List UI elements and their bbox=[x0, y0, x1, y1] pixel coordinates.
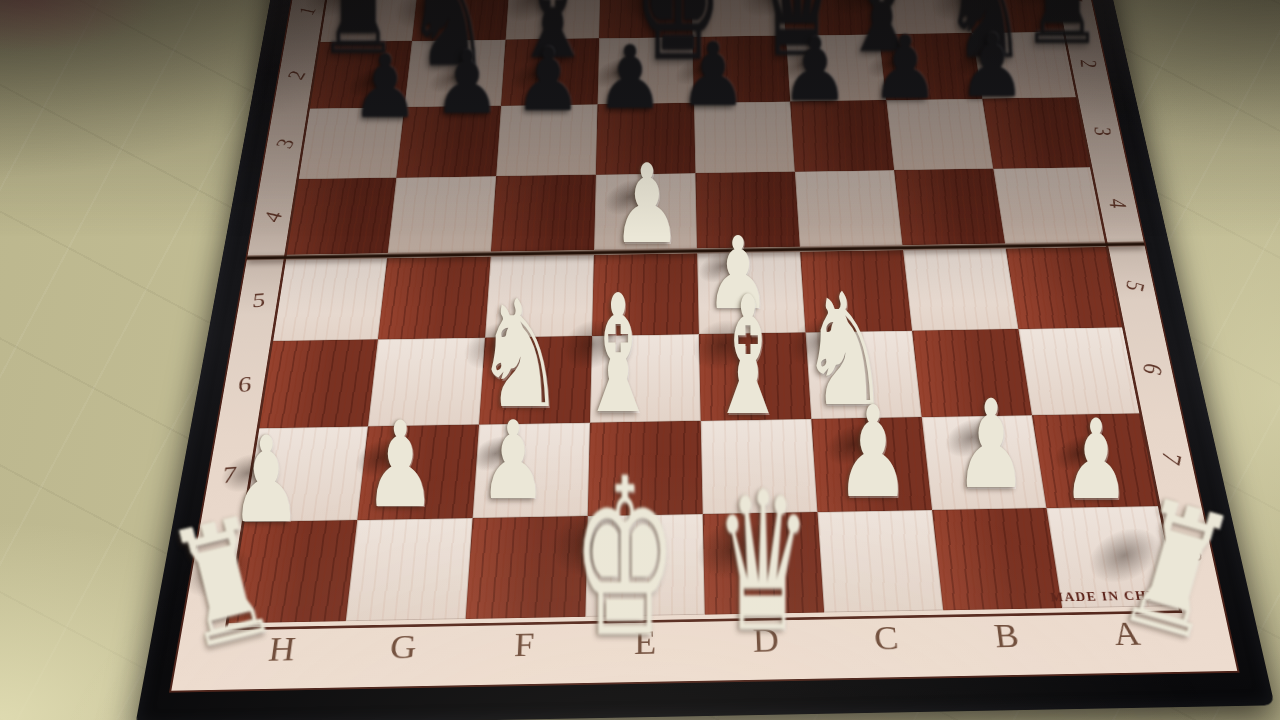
pieces-layer: ♜♞♝♚♛♝♞♜♟♟♟♟♟♟♟♟♟♟♞♝♝♞♟♟♟♟♟♟♚♛♜♜ bbox=[0, 0, 1280, 720]
piece-white-king-e8[interactable]: ♚ bbox=[572, 448, 678, 666]
piece-black-pawn-e2[interactable]: ♟ bbox=[596, 35, 664, 122]
piece-white-pawn-f7[interactable]: ♟ bbox=[479, 407, 546, 515]
piece-white-pawn-c7[interactable]: ♟ bbox=[836, 390, 910, 516]
piece-white-pawn-e4[interactable]: ♟ bbox=[612, 150, 682, 259]
piece-white-pawn-b7[interactable]: ♟ bbox=[955, 385, 1028, 507]
piece-white-queen-d8[interactable]: ♛ bbox=[715, 467, 812, 659]
piece-black-pawn-d2[interactable]: ♟ bbox=[679, 32, 747, 119]
piece-white-bishop-d6[interactable]: ♝ bbox=[709, 275, 788, 439]
piece-black-pawn-b2[interactable]: ♟ bbox=[871, 25, 939, 112]
piece-black-pawn-g2[interactable]: ♟ bbox=[433, 40, 501, 127]
photo-stage: 11223344556677MADE IN CHINA88HGFEDCBA ♜♞… bbox=[0, 0, 1280, 720]
piece-white-pawn-a7[interactable]: ♟ bbox=[1062, 405, 1129, 515]
piece-black-pawn-c2[interactable]: ♟ bbox=[781, 27, 849, 114]
piece-black-rook-a1[interactable]: ♜ bbox=[1019, 0, 1104, 65]
piece-black-pawn-f2[interactable]: ♟ bbox=[514, 37, 582, 124]
piece-white-pawn-g7[interactable]: ♟ bbox=[364, 406, 436, 524]
piece-black-pawn-a2[interactable]: ♟ bbox=[958, 23, 1026, 110]
piece-white-bishop-e6[interactable]: ♝ bbox=[579, 275, 658, 438]
piece-black-pawn-h2[interactable]: ♟ bbox=[351, 44, 419, 131]
